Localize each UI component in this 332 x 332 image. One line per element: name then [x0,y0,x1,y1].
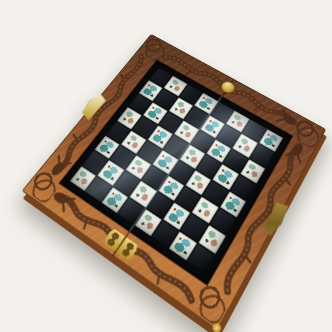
board-frame [22,34,327,331]
chess-board [22,34,327,331]
photo-background [0,0,332,332]
